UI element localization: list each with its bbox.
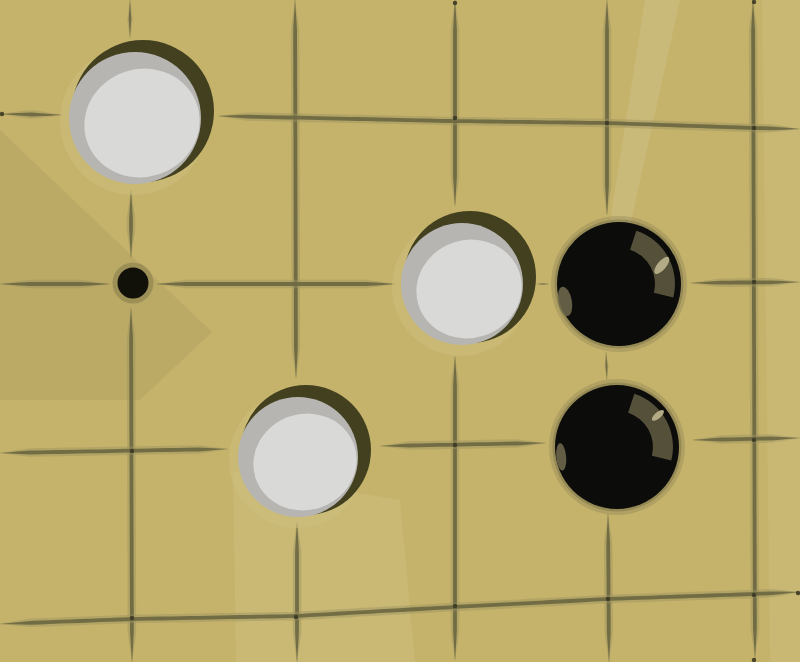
intersection-r2-c2[interactable] [213, 203, 376, 366]
intersection-r2-c5[interactable] [681, 203, 800, 366]
intersection-r4-c4[interactable] [531, 528, 681, 662]
intersection-r4-c2[interactable] [213, 528, 376, 662]
intersection-r1-c1[interactable]: ○ [0, 0, 213, 203]
intersection-r1-c5[interactable] [681, 0, 800, 203]
intersection-r4-c5[interactable] [681, 528, 800, 662]
intersection-r3-c1[interactable] [0, 365, 213, 528]
intersection-r1-c4[interactable] [531, 0, 681, 203]
intersection-r4-c1[interactable] [0, 528, 213, 662]
intersection-r4-c3[interactable] [375, 528, 531, 662]
intersection-r2-c3[interactable]: ○ [375, 203, 531, 366]
go-board-screenshot: ○○●○● [0, 0, 800, 662]
intersection-r2-c1[interactable] [0, 203, 213, 366]
intersection-r3-c5[interactable] [681, 365, 800, 528]
intersection-r3-c4[interactable]: ● [531, 365, 681, 528]
intersection-r1-c2[interactable] [213, 0, 376, 203]
intersection-grid: ○○●○● [0, 0, 800, 662]
intersection-r1-c3[interactable] [375, 0, 531, 203]
intersection-r3-c3[interactable] [375, 365, 531, 528]
intersection-r3-c2[interactable]: ○ [213, 365, 376, 528]
intersection-r2-c4[interactable]: ● [531, 203, 681, 366]
